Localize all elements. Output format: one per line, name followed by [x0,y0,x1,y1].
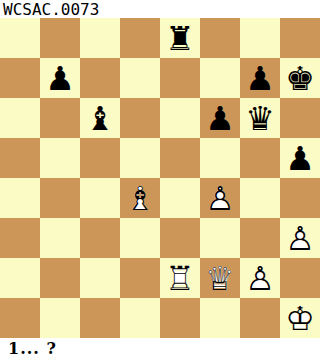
chess-board: ♜♟♟♚♝♟♛♟♝♗♟♙♟♙♜♖♛♕♟♙♚♔ [0,18,320,338]
square-c4[interactable] [80,178,120,218]
piece-white-bishop: ♗ [120,178,160,218]
square-c2[interactable] [80,258,120,298]
square-f3[interactable] [200,218,240,258]
square-e7[interactable] [160,58,200,98]
square-h8[interactable] [280,18,320,58]
square-d3[interactable] [120,218,160,258]
square-e1[interactable] [160,298,200,338]
square-h4[interactable] [280,178,320,218]
piece-white-pawn: ♙ [240,258,280,298]
square-f1[interactable] [200,298,240,338]
square-c7[interactable] [80,58,120,98]
square-c8[interactable] [80,18,120,58]
square-e6[interactable] [160,98,200,138]
piece-black-pawn: ♟ [240,58,280,98]
square-e5[interactable] [160,138,200,178]
square-f8[interactable] [200,18,240,58]
square-d6[interactable] [120,98,160,138]
move-prompt: 1... ? [0,338,320,360]
piece-white-king: ♔ [280,298,320,338]
square-a4[interactable] [0,178,40,218]
square-d2[interactable] [120,258,160,298]
square-b7[interactable]: ♟ [40,58,80,98]
square-f4[interactable]: ♟♙ [200,178,240,218]
square-h6[interactable] [280,98,320,138]
square-e2[interactable]: ♜♖ [160,258,200,298]
square-b1[interactable] [40,298,80,338]
square-b4[interactable] [40,178,80,218]
square-b5[interactable] [40,138,80,178]
square-g6[interactable]: ♛ [240,98,280,138]
piece-white-pawn: ♙ [200,178,240,218]
square-a6[interactable] [0,98,40,138]
square-c5[interactable] [80,138,120,178]
square-e8[interactable]: ♜ [160,18,200,58]
square-b8[interactable] [40,18,80,58]
piece-black-queen: ♛ [240,98,280,138]
square-c1[interactable] [80,298,120,338]
square-g7[interactable]: ♟ [240,58,280,98]
piece-black-bishop: ♝ [80,98,120,138]
square-h3[interactable]: ♟♙ [280,218,320,258]
square-e3[interactable] [160,218,200,258]
square-g1[interactable] [240,298,280,338]
square-f7[interactable] [200,58,240,98]
square-f5[interactable] [200,138,240,178]
square-e4[interactable] [160,178,200,218]
piece-black-pawn: ♟ [40,58,80,98]
square-f2[interactable]: ♛♕ [200,258,240,298]
square-b6[interactable] [40,98,80,138]
square-a2[interactable] [0,258,40,298]
piece-white-queen: ♕ [200,258,240,298]
square-h2[interactable] [280,258,320,298]
square-d4[interactable]: ♝♗ [120,178,160,218]
square-a5[interactable] [0,138,40,178]
piece-black-king: ♚ [280,58,320,98]
piece-black-pawn: ♟ [200,98,240,138]
piece-white-rook: ♖ [160,258,200,298]
square-b3[interactable] [40,218,80,258]
square-d1[interactable] [120,298,160,338]
square-d8[interactable] [120,18,160,58]
piece-black-pawn: ♟ [280,138,320,178]
square-d5[interactable] [120,138,160,178]
square-g3[interactable] [240,218,280,258]
square-g8[interactable] [240,18,280,58]
square-f6[interactable]: ♟ [200,98,240,138]
square-a8[interactable] [0,18,40,58]
square-g5[interactable] [240,138,280,178]
square-a7[interactable] [0,58,40,98]
square-g4[interactable] [240,178,280,218]
square-h1[interactable]: ♚♔ [280,298,320,338]
square-d7[interactable] [120,58,160,98]
square-h5[interactable]: ♟ [280,138,320,178]
square-a3[interactable] [0,218,40,258]
square-c3[interactable] [80,218,120,258]
square-h7[interactable]: ♚ [280,58,320,98]
square-b2[interactable] [40,258,80,298]
diagram-title: WCSAC.0073 [0,0,320,18]
piece-white-pawn: ♙ [280,218,320,258]
square-a1[interactable] [0,298,40,338]
square-g2[interactable]: ♟♙ [240,258,280,298]
piece-black-rook: ♜ [160,18,200,58]
square-c6[interactable]: ♝ [80,98,120,138]
